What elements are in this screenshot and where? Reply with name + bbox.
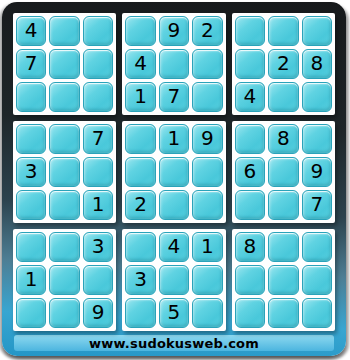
- cell-r3c1[interactable]: [16, 82, 46, 112]
- cell-r2c9[interactable]: 8: [302, 49, 332, 79]
- cell-r7c5[interactable]: 4: [159, 232, 189, 262]
- cell-r1c4[interactable]: [125, 16, 155, 46]
- cell-r5c8[interactable]: [268, 157, 298, 187]
- box-1-3: 284: [232, 13, 335, 115]
- cell-r5c5[interactable]: [159, 157, 189, 187]
- box-2-2: 192: [122, 121, 225, 223]
- cell-r1c3[interactable]: [83, 16, 113, 46]
- cell-r8c6[interactable]: [192, 265, 222, 295]
- cell-r2c7[interactable]: [235, 49, 265, 79]
- cell-r6c2[interactable]: [49, 190, 79, 220]
- cell-r8c3[interactable]: [83, 265, 113, 295]
- cell-r3c5[interactable]: 7: [159, 82, 189, 112]
- cell-r1c8[interactable]: [268, 16, 298, 46]
- cell-r9c2[interactable]: [49, 298, 79, 328]
- cell-r3c4[interactable]: 1: [125, 82, 155, 112]
- cell-r8c5[interactable]: [159, 265, 189, 295]
- cell-r4c2[interactable]: [49, 124, 79, 154]
- cell-r7c4[interactable]: [125, 232, 155, 262]
- cell-r6c9[interactable]: 7: [302, 190, 332, 220]
- cell-r9c8[interactable]: [268, 298, 298, 328]
- cell-r5c1[interactable]: 3: [16, 157, 46, 187]
- cell-r2c3[interactable]: [83, 49, 113, 79]
- cell-r6c1[interactable]: [16, 190, 46, 220]
- cell-r1c9[interactable]: [302, 16, 332, 46]
- cell-r4c7[interactable]: [235, 124, 265, 154]
- cell-r3c9[interactable]: [302, 82, 332, 112]
- cell-r9c7[interactable]: [235, 298, 265, 328]
- cell-r6c4[interactable]: 2: [125, 190, 155, 220]
- cell-r2c2[interactable]: [49, 49, 79, 79]
- cell-r5c9[interactable]: 9: [302, 157, 332, 187]
- box-2-1: 731: [13, 121, 116, 223]
- cell-r4c9[interactable]: [302, 124, 332, 154]
- cell-r4c4[interactable]: [125, 124, 155, 154]
- cell-r2c1[interactable]: 7: [16, 49, 46, 79]
- cell-r9c6[interactable]: [192, 298, 222, 328]
- cell-r7c3[interactable]: 3: [83, 232, 113, 262]
- cell-r6c8[interactable]: [268, 190, 298, 220]
- cell-r8c7[interactable]: [235, 265, 265, 295]
- cell-r7c2[interactable]: [49, 232, 79, 262]
- cell-r9c1[interactable]: [16, 298, 46, 328]
- cell-r9c3[interactable]: 9: [83, 298, 113, 328]
- cell-r4c6[interactable]: 9: [192, 124, 222, 154]
- cell-r6c3[interactable]: 1: [83, 190, 113, 220]
- cell-r3c8[interactable]: [268, 82, 298, 112]
- cell-r6c5[interactable]: [159, 190, 189, 220]
- cell-r8c9[interactable]: [302, 265, 332, 295]
- cell-r2c8[interactable]: 2: [268, 49, 298, 79]
- cell-r8c2[interactable]: [49, 265, 79, 295]
- cell-r4c1[interactable]: [16, 124, 46, 154]
- site-url: www.sudokusweb.com: [89, 336, 259, 351]
- cell-r8c4[interactable]: 3: [125, 265, 155, 295]
- sudoku-board-frame: 4792417284731192869731941358 www.sudokus…: [2, 2, 346, 356]
- cell-r3c6[interactable]: [192, 82, 222, 112]
- box-2-3: 8697: [232, 121, 335, 223]
- box-3-2: 4135: [122, 229, 225, 331]
- cell-r7c7[interactable]: 8: [235, 232, 265, 262]
- cell-r3c7[interactable]: 4: [235, 82, 265, 112]
- cell-r6c7[interactable]: [235, 190, 265, 220]
- cell-r1c1[interactable]: 4: [16, 16, 46, 46]
- cell-r9c4[interactable]: [125, 298, 155, 328]
- cell-r4c5[interactable]: 1: [159, 124, 189, 154]
- cell-r1c6[interactable]: 2: [192, 16, 222, 46]
- cell-r2c6[interactable]: [192, 49, 222, 79]
- footer-strip: www.sudokusweb.com: [14, 335, 334, 351]
- cell-r7c8[interactable]: [268, 232, 298, 262]
- cell-r7c1[interactable]: [16, 232, 46, 262]
- cell-r8c8[interactable]: [268, 265, 298, 295]
- cell-r5c7[interactable]: 6: [235, 157, 265, 187]
- cell-r5c4[interactable]: [125, 157, 155, 187]
- cell-r1c7[interactable]: [235, 16, 265, 46]
- cell-r6c6[interactable]: [192, 190, 222, 220]
- cell-r7c6[interactable]: 1: [192, 232, 222, 262]
- box-3-1: 319: [13, 229, 116, 331]
- box-1-2: 92417: [122, 13, 225, 115]
- cell-r5c2[interactable]: [49, 157, 79, 187]
- cell-r1c2[interactable]: [49, 16, 79, 46]
- cell-r7c9[interactable]: [302, 232, 332, 262]
- cell-r1c5[interactable]: 9: [159, 16, 189, 46]
- cell-r2c5[interactable]: [159, 49, 189, 79]
- cell-r4c3[interactable]: 7: [83, 124, 113, 154]
- sudoku-grid: 4792417284731192869731941358: [13, 13, 335, 331]
- cell-r3c2[interactable]: [49, 82, 79, 112]
- box-3-3: 8: [232, 229, 335, 331]
- cell-r9c5[interactable]: 5: [159, 298, 189, 328]
- cell-r3c3[interactable]: [83, 82, 113, 112]
- cell-r8c1[interactable]: 1: [16, 265, 46, 295]
- cell-r9c9[interactable]: [302, 298, 332, 328]
- cell-r5c6[interactable]: [192, 157, 222, 187]
- cell-r2c4[interactable]: 4: [125, 49, 155, 79]
- cell-r4c8[interactable]: 8: [268, 124, 298, 154]
- cell-r5c3[interactable]: [83, 157, 113, 187]
- box-1-1: 47: [13, 13, 116, 115]
